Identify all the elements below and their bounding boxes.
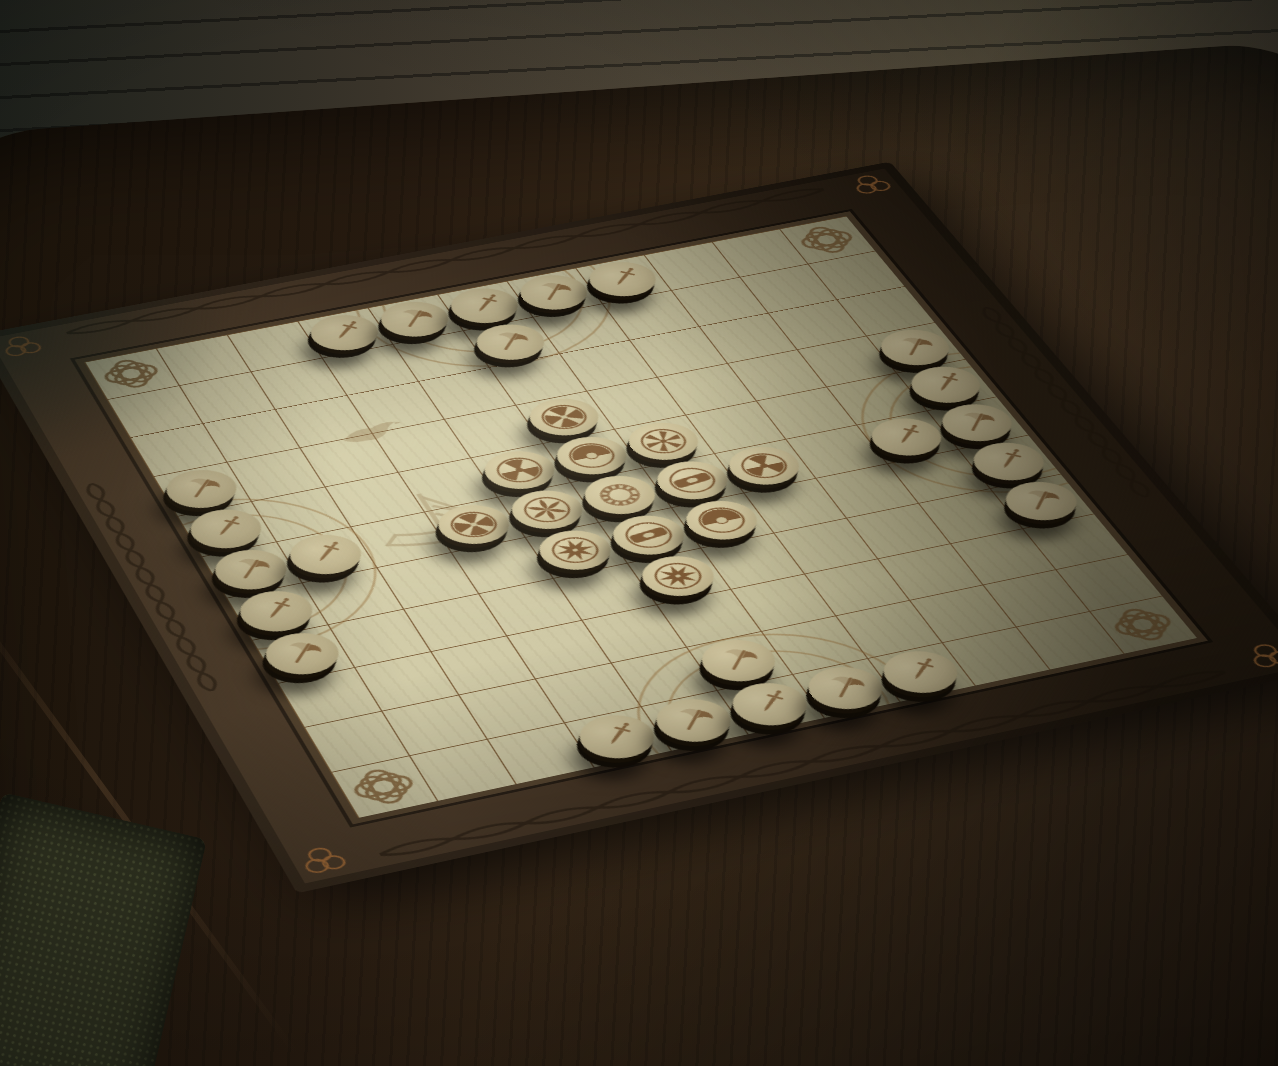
sword-emblem-icon — [732, 683, 807, 725]
sword-emblem-icon — [311, 315, 378, 350]
axe-emblem-icon — [477, 325, 545, 360]
axe-emblem-icon — [520, 275, 587, 309]
cross-emblem-icon — [439, 505, 510, 544]
axe-emblem-icon — [167, 470, 236, 508]
plank-emblem-icon — [657, 461, 728, 499]
boss-emblem-icon — [557, 437, 627, 474]
plank-emblem-icon — [613, 516, 685, 555]
king-knot-emblem-icon — [585, 476, 656, 514]
copper-triquetra-icon — [0, 328, 56, 365]
axe-emblem-icon — [656, 699, 731, 741]
boss-emblem-icon — [686, 501, 758, 540]
tri-emblem-icon — [729, 447, 800, 485]
copper-triquetra-icon — [1230, 635, 1278, 678]
copper-triquetra-icon — [284, 837, 363, 884]
fan-emblem-icon — [629, 423, 699, 460]
sword-emblem-icon — [589, 262, 656, 296]
sword-emblem-icon — [579, 715, 654, 758]
copper-triquetra-icon — [837, 168, 907, 202]
star-emblem-icon — [540, 531, 611, 570]
sword-emblem-icon — [241, 591, 312, 631]
sword-emblem-icon — [451, 288, 518, 323]
tafl-board-photo-scene — [0, 0, 1278, 1066]
sword-emblem-icon — [291, 535, 361, 574]
star-emblem-icon — [642, 556, 714, 596]
axe-emblem-icon — [381, 302, 448, 337]
axe-emblem-icon — [266, 633, 338, 674]
tri-emblem-icon — [485, 451, 555, 489]
axe-emblem-icon — [216, 550, 286, 589]
cross-emblem-icon — [530, 399, 599, 436]
sword-emblem-icon — [191, 510, 260, 549]
petal-emblem-icon — [512, 491, 583, 529]
axe-emblem-icon — [701, 640, 775, 681]
